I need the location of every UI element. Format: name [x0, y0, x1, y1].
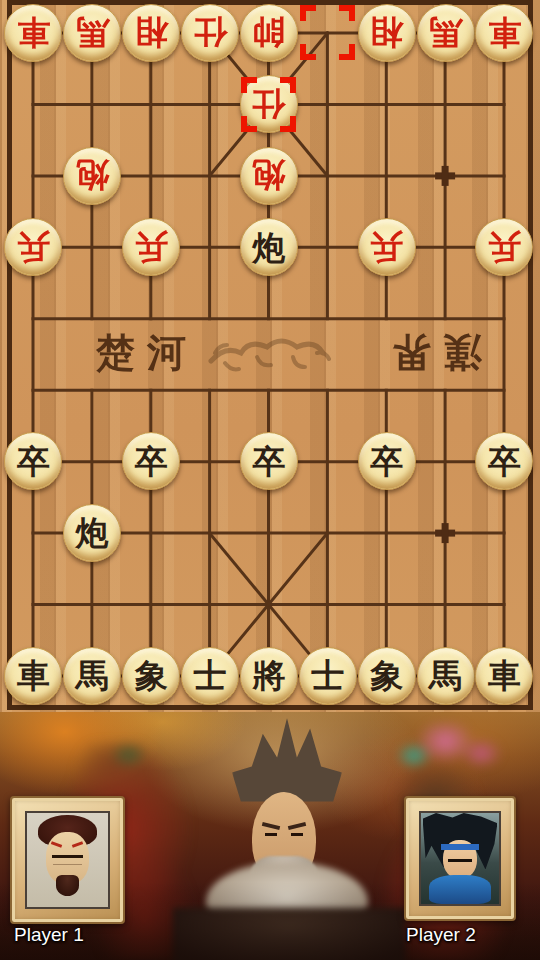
piece-black-horse[interactable]: 馬 — [63, 647, 121, 705]
piece-red-elephant[interactable]: 相 — [122, 4, 180, 62]
piece-black-soldier[interactable]: 卒 — [475, 432, 533, 490]
piece-red-cannon[interactable]: 炮 — [240, 147, 298, 205]
player1-portrait[interactable] — [10, 796, 125, 924]
piece-black-chariot[interactable]: 車 — [4, 647, 62, 705]
piece-red-chariot[interactable]: 車 — [4, 4, 62, 62]
piece-black-advisor[interactable]: 士 — [181, 647, 239, 705]
board-pieces: 車馬相仕帥相馬車仕炮炮兵兵兵兵炮卒卒卒卒卒炮車馬象士將士象馬車 — [4, 0, 534, 711]
piece-red-chariot[interactable]: 車 — [475, 4, 533, 62]
piece-black-horse[interactable]: 馬 — [417, 647, 475, 705]
piece-black-soldier[interactable]: 卒 — [122, 432, 180, 490]
piece-red-horse[interactable]: 馬 — [417, 4, 475, 62]
battle-artwork: Player 1 Player 2 — [0, 712, 540, 960]
piece-red-advisor[interactable]: 仕 — [181, 4, 239, 62]
piece-black-elephant[interactable]: 象 — [358, 647, 416, 705]
piece-red-soldier[interactable]: 兵 — [4, 218, 62, 276]
piece-red-cannon[interactable]: 炮 — [63, 147, 121, 205]
player2-avatar — [419, 811, 501, 906]
center-warrior-eye — [265, 833, 277, 836]
last-move-from-marker — [300, 5, 355, 60]
piece-black-cannon[interactable]: 炮 — [63, 504, 121, 562]
piece-black-soldier[interactable]: 卒 — [4, 432, 62, 490]
center-warrior-eye — [291, 833, 303, 836]
player2-label: Player 2 — [406, 924, 476, 946]
piece-red-elephant[interactable]: 相 — [358, 4, 416, 62]
piece-red-horse[interactable]: 馬 — [63, 4, 121, 62]
piece-black-soldier[interactable]: 卒 — [358, 432, 416, 490]
xiangqi-board: 楚河 漢界 車馬相仕帥相馬車仕炮炮兵兵兵兵炮卒卒卒卒卒炮車馬象士將士象馬車 — [0, 0, 540, 712]
piece-black-cannon[interactable]: 炮 — [240, 218, 298, 276]
piece-red-soldier[interactable]: 兵 — [122, 218, 180, 276]
piece-black-soldier[interactable]: 卒 — [240, 432, 298, 490]
xiangqi-game-screen: 楚河 漢界 車馬相仕帥相馬車仕炮炮兵兵兵兵炮卒卒卒卒卒炮車馬象士將士象馬車 — [0, 0, 540, 960]
player2-portrait[interactable] — [404, 796, 516, 921]
piece-red-soldier[interactable]: 兵 — [475, 218, 533, 276]
piece-red-advisor[interactable]: 仕 — [240, 75, 298, 133]
piece-black-elephant[interactable]: 象 — [122, 647, 180, 705]
piece-black-chariot[interactable]: 車 — [475, 647, 533, 705]
piece-red-soldier[interactable]: 兵 — [358, 218, 416, 276]
piece-red-general[interactable]: 帥 — [240, 4, 298, 62]
piece-black-advisor[interactable]: 士 — [299, 647, 357, 705]
piece-black-general[interactable]: 將 — [240, 647, 298, 705]
player1-label: Player 1 — [14, 924, 84, 946]
player1-avatar — [25, 811, 110, 909]
